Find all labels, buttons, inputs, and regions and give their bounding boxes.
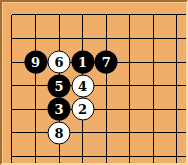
intersection-1-6 — [24, 144, 48, 165]
move-number: 2 — [78, 103, 87, 116]
intersection-3-6 — [71, 144, 95, 165]
move-number: 1 — [78, 56, 87, 69]
intersection-3-4: 2 — [71, 97, 95, 121]
go-diagram: 961754328 — [0, 0, 188, 165]
intersection-4-4 — [94, 97, 118, 121]
intersection-2-4: 3 — [47, 97, 71, 121]
intersection-0-2 — [0, 50, 24, 74]
intersection-1-2: 9 — [24, 50, 48, 74]
intersection-0-5 — [0, 121, 24, 145]
intersection-7-1 — [165, 27, 188, 51]
intersection-5-5 — [118, 121, 142, 145]
intersection-2-3: 5 — [47, 74, 71, 98]
intersection-3-5 — [71, 121, 95, 145]
intersection-6-3 — [141, 74, 165, 98]
intersection-0-1 — [0, 27, 24, 51]
intersection-2-6 — [47, 144, 71, 165]
intersection-7-3 — [165, 74, 188, 98]
stone-black-5: 5 — [48, 74, 71, 97]
intersection-5-0 — [118, 3, 142, 27]
intersection-1-5 — [24, 121, 48, 145]
stone-white-4: 4 — [71, 74, 94, 97]
intersection-3-1 — [71, 27, 95, 51]
move-number: 8 — [55, 126, 64, 139]
intersection-4-6 — [94, 144, 118, 165]
stone-black-7: 7 — [95, 51, 118, 74]
intersection-7-6 — [165, 144, 188, 165]
intersection-7-2 — [165, 50, 188, 74]
intersection-5-6 — [118, 144, 142, 165]
intersection-6-5 — [141, 121, 165, 145]
intersection-2-5: 8 — [47, 121, 71, 145]
stone-black-9: 9 — [24, 51, 47, 74]
intersection-5-4 — [118, 97, 142, 121]
move-number: 4 — [78, 79, 87, 92]
intersection-6-1 — [141, 27, 165, 51]
intersection-1-4 — [24, 97, 48, 121]
intersection-0-4 — [0, 97, 24, 121]
intersection-0-6 — [0, 144, 24, 165]
stone-white-2: 2 — [71, 98, 94, 121]
intersection-1-1 — [24, 27, 48, 51]
board-grid: 961754328 — [0, 3, 188, 165]
move-number: 9 — [31, 56, 40, 69]
intersection-6-0 — [141, 3, 165, 27]
intersection-0-3 — [0, 74, 24, 98]
move-number: 6 — [55, 56, 64, 69]
intersection-6-2 — [141, 50, 165, 74]
intersection-3-3: 4 — [71, 74, 95, 98]
stone-black-3: 3 — [48, 98, 71, 121]
intersection-3-2: 1 — [71, 50, 95, 74]
intersection-5-3 — [118, 74, 142, 98]
move-number: 3 — [55, 103, 64, 116]
intersection-5-1 — [118, 27, 142, 51]
stone-black-1: 1 — [71, 51, 94, 74]
intersection-4-3 — [94, 74, 118, 98]
intersection-7-0 — [165, 3, 188, 27]
intersection-4-1 — [94, 27, 118, 51]
intersection-2-1 — [47, 27, 71, 51]
move-number: 7 — [102, 56, 111, 69]
go-board: 961754328 — [0, 0, 188, 165]
intersection-4-2: 7 — [94, 50, 118, 74]
intersection-2-2: 6 — [47, 50, 71, 74]
stone-white-8: 8 — [48, 121, 71, 144]
intersection-1-3 — [24, 74, 48, 98]
intersection-6-4 — [141, 97, 165, 121]
intersection-7-5 — [165, 121, 188, 145]
intersection-6-6 — [141, 144, 165, 165]
intersection-0-0 — [0, 3, 24, 27]
intersection-3-0 — [71, 3, 95, 27]
intersection-1-0 — [24, 3, 48, 27]
move-number: 5 — [55, 79, 64, 92]
intersection-2-0 — [47, 3, 71, 27]
intersection-4-5 — [94, 121, 118, 145]
intersection-5-2 — [118, 50, 142, 74]
intersection-4-0 — [94, 3, 118, 27]
intersection-7-4 — [165, 97, 188, 121]
stone-white-6: 6 — [48, 51, 71, 74]
